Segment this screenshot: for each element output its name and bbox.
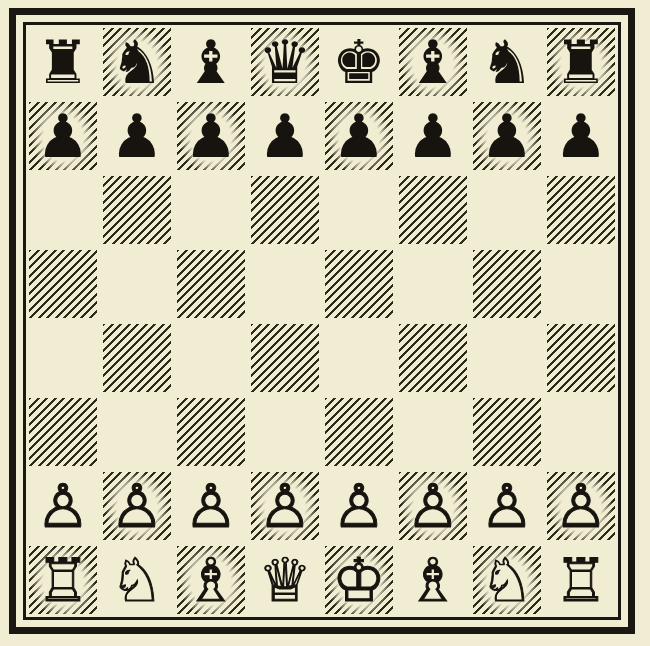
square-h5[interactable] [544, 247, 618, 321]
square-c7[interactable]: ♟ [174, 99, 248, 173]
square-f8[interactable]: ♝ [396, 25, 470, 99]
piece-black-pawn: ♟ [248, 99, 322, 173]
piece-white-rook: ♖ [26, 543, 100, 617]
square-c1[interactable]: ♗ [174, 543, 248, 617]
square-f4[interactable] [396, 321, 470, 395]
square-d3[interactable] [248, 395, 322, 469]
piece-black-pawn: ♟ [100, 99, 174, 173]
square-b5[interactable] [100, 247, 174, 321]
square-e2[interactable]: ♙ [322, 469, 396, 543]
square-e5[interactable] [322, 247, 396, 321]
square-g4[interactable] [470, 321, 544, 395]
square-b2[interactable]: ♙ [100, 469, 174, 543]
piece-black-rook: ♜ [544, 25, 618, 99]
chess-board: ♜♞♝♛♚♝♞♜♟♟♟♟♟♟♟♟♙♙♙♙♙♙♙♙♖♘♗♕♔♗♘♖ [26, 25, 618, 617]
square-h6[interactable] [544, 173, 618, 247]
square-h3[interactable] [544, 395, 618, 469]
square-a2[interactable]: ♙ [26, 469, 100, 543]
piece-black-pawn: ♟ [396, 99, 470, 173]
square-e3[interactable] [322, 395, 396, 469]
piece-white-pawn: ♙ [470, 469, 544, 543]
piece-black-pawn: ♟ [322, 99, 396, 173]
piece-white-pawn: ♙ [396, 469, 470, 543]
piece-black-knight: ♞ [100, 25, 174, 99]
square-g5[interactable] [470, 247, 544, 321]
square-h7[interactable]: ♟ [544, 99, 618, 173]
square-e4[interactable] [322, 321, 396, 395]
square-g6[interactable] [470, 173, 544, 247]
piece-white-queen: ♕ [248, 543, 322, 617]
square-a8[interactable]: ♜ [26, 25, 100, 99]
square-b7[interactable]: ♟ [100, 99, 174, 173]
square-e8[interactable]: ♚ [322, 25, 396, 99]
piece-black-queen: ♛ [248, 25, 322, 99]
piece-black-king: ♚ [322, 25, 396, 99]
square-a5[interactable] [26, 247, 100, 321]
square-f3[interactable] [396, 395, 470, 469]
square-f5[interactable] [396, 247, 470, 321]
piece-white-pawn: ♙ [248, 469, 322, 543]
piece-black-knight: ♞ [470, 25, 544, 99]
piece-white-pawn: ♙ [26, 469, 100, 543]
square-e6[interactable] [322, 173, 396, 247]
square-g3[interactable] [470, 395, 544, 469]
piece-black-pawn: ♟ [544, 99, 618, 173]
board-frame: ♜♞♝♛♚♝♞♜♟♟♟♟♟♟♟♟♙♙♙♙♙♙♙♙♖♘♗♕♔♗♘♖ [9, 8, 635, 634]
square-c4[interactable] [174, 321, 248, 395]
piece-black-pawn: ♟ [470, 99, 544, 173]
square-a3[interactable] [26, 395, 100, 469]
square-f2[interactable]: ♙ [396, 469, 470, 543]
piece-white-pawn: ♙ [544, 469, 618, 543]
square-f1[interactable]: ♗ [396, 543, 470, 617]
square-c5[interactable] [174, 247, 248, 321]
square-a1[interactable]: ♖ [26, 543, 100, 617]
piece-black-pawn: ♟ [26, 99, 100, 173]
square-e1[interactable]: ♔ [322, 543, 396, 617]
piece-white-knight: ♘ [470, 543, 544, 617]
square-h1[interactable]: ♖ [544, 543, 618, 617]
square-a7[interactable]: ♟ [26, 99, 100, 173]
square-h8[interactable]: ♜ [544, 25, 618, 99]
piece-black-rook: ♜ [26, 25, 100, 99]
square-a4[interactable] [26, 321, 100, 395]
square-b8[interactable]: ♞ [100, 25, 174, 99]
square-g7[interactable]: ♟ [470, 99, 544, 173]
piece-black-bishop: ♝ [174, 25, 248, 99]
square-g8[interactable]: ♞ [470, 25, 544, 99]
square-d2[interactable]: ♙ [248, 469, 322, 543]
piece-white-bishop: ♗ [174, 543, 248, 617]
square-a6[interactable] [26, 173, 100, 247]
square-f7[interactable]: ♟ [396, 99, 470, 173]
square-h4[interactable] [544, 321, 618, 395]
piece-white-king: ♔ [322, 543, 396, 617]
piece-black-pawn: ♟ [174, 99, 248, 173]
piece-white-bishop: ♗ [396, 543, 470, 617]
square-d6[interactable] [248, 173, 322, 247]
square-g1[interactable]: ♘ [470, 543, 544, 617]
square-c8[interactable]: ♝ [174, 25, 248, 99]
square-b3[interactable] [100, 395, 174, 469]
square-d7[interactable]: ♟ [248, 99, 322, 173]
page-background: ♜♞♝♛♚♝♞♜♟♟♟♟♟♟♟♟♙♙♙♙♙♙♙♙♖♘♗♕♔♗♘♖ [0, 0, 650, 646]
piece-white-rook: ♖ [544, 543, 618, 617]
square-b4[interactable] [100, 321, 174, 395]
square-c3[interactable] [174, 395, 248, 469]
piece-white-knight: ♘ [100, 543, 174, 617]
square-e7[interactable]: ♟ [322, 99, 396, 173]
square-c2[interactable]: ♙ [174, 469, 248, 543]
square-b1[interactable]: ♘ [100, 543, 174, 617]
square-f6[interactable] [396, 173, 470, 247]
square-d5[interactable] [248, 247, 322, 321]
piece-black-bishop: ♝ [396, 25, 470, 99]
square-c6[interactable] [174, 173, 248, 247]
square-b6[interactable] [100, 173, 174, 247]
square-g2[interactable]: ♙ [470, 469, 544, 543]
piece-white-pawn: ♙ [322, 469, 396, 543]
square-d8[interactable]: ♛ [248, 25, 322, 99]
square-h2[interactable]: ♙ [544, 469, 618, 543]
piece-white-pawn: ♙ [100, 469, 174, 543]
board-frame-inner: ♜♞♝♛♚♝♞♜♟♟♟♟♟♟♟♟♙♙♙♙♙♙♙♙♖♘♗♕♔♗♘♖ [23, 22, 621, 620]
square-d4[interactable] [248, 321, 322, 395]
piece-white-pawn: ♙ [174, 469, 248, 543]
square-d1[interactable]: ♕ [248, 543, 322, 617]
